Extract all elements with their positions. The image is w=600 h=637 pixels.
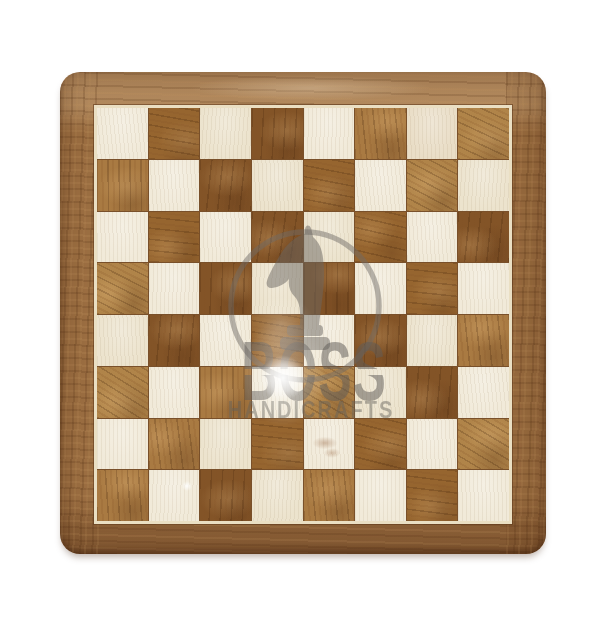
square-b3[interactable] bbox=[149, 367, 200, 418]
board-grid bbox=[97, 108, 509, 521]
square-h3[interactable] bbox=[458, 367, 509, 418]
square-f3[interactable] bbox=[355, 367, 406, 418]
chess-board: BOSS HANDICRAFTS bbox=[60, 72, 546, 554]
square-g7[interactable] bbox=[407, 160, 458, 211]
square-c8[interactable] bbox=[200, 108, 251, 159]
square-c3[interactable] bbox=[200, 367, 251, 418]
square-g8[interactable] bbox=[407, 108, 458, 159]
square-g5[interactable] bbox=[407, 263, 458, 314]
square-h5[interactable] bbox=[458, 263, 509, 314]
square-h7[interactable] bbox=[458, 160, 509, 211]
square-a2[interactable] bbox=[97, 419, 148, 470]
product-photo: BOSS HANDICRAFTS bbox=[0, 0, 600, 637]
board-frame-right bbox=[506, 72, 546, 554]
square-e4[interactable] bbox=[304, 315, 355, 366]
square-a1[interactable] bbox=[97, 470, 148, 521]
square-f4[interactable] bbox=[355, 315, 406, 366]
square-f7[interactable] bbox=[355, 160, 406, 211]
square-b1[interactable] bbox=[149, 470, 200, 521]
square-a4[interactable] bbox=[97, 315, 148, 366]
square-e1[interactable] bbox=[304, 470, 355, 521]
square-d1[interactable] bbox=[252, 470, 303, 521]
square-h2[interactable] bbox=[458, 419, 509, 470]
square-g1[interactable] bbox=[407, 470, 458, 521]
square-d3[interactable] bbox=[252, 367, 303, 418]
square-g4[interactable] bbox=[407, 315, 458, 366]
square-e5[interactable] bbox=[304, 263, 355, 314]
square-b8[interactable] bbox=[149, 108, 200, 159]
square-e7[interactable] bbox=[304, 160, 355, 211]
square-d5[interactable] bbox=[252, 263, 303, 314]
board-playing-area bbox=[94, 105, 512, 524]
square-b2[interactable] bbox=[149, 419, 200, 470]
square-b5[interactable] bbox=[149, 263, 200, 314]
square-a8[interactable] bbox=[97, 108, 148, 159]
square-c2[interactable] bbox=[200, 419, 251, 470]
square-h8[interactable] bbox=[458, 108, 509, 159]
square-c4[interactable] bbox=[200, 315, 251, 366]
square-e6[interactable] bbox=[304, 212, 355, 263]
square-g2[interactable] bbox=[407, 419, 458, 470]
square-f1[interactable] bbox=[355, 470, 406, 521]
square-a7[interactable] bbox=[97, 160, 148, 211]
square-f2[interactable] bbox=[355, 419, 406, 470]
square-e3[interactable] bbox=[304, 367, 355, 418]
square-g3[interactable] bbox=[407, 367, 458, 418]
square-e8[interactable] bbox=[304, 108, 355, 159]
square-c5[interactable] bbox=[200, 263, 251, 314]
square-e2[interactable] bbox=[304, 419, 355, 470]
square-d6[interactable] bbox=[252, 212, 303, 263]
square-h6[interactable] bbox=[458, 212, 509, 263]
square-c1[interactable] bbox=[200, 470, 251, 521]
square-b7[interactable] bbox=[149, 160, 200, 211]
square-f5[interactable] bbox=[355, 263, 406, 314]
square-h1[interactable] bbox=[458, 470, 509, 521]
square-d4[interactable] bbox=[252, 315, 303, 366]
square-f6[interactable] bbox=[355, 212, 406, 263]
square-b4[interactable] bbox=[149, 315, 200, 366]
square-b6[interactable] bbox=[149, 212, 200, 263]
square-c7[interactable] bbox=[200, 160, 251, 211]
square-g6[interactable] bbox=[407, 212, 458, 263]
square-h4[interactable] bbox=[458, 315, 509, 366]
square-a5[interactable] bbox=[97, 263, 148, 314]
square-f8[interactable] bbox=[355, 108, 406, 159]
square-c6[interactable] bbox=[200, 212, 251, 263]
square-a6[interactable] bbox=[97, 212, 148, 263]
square-d2[interactable] bbox=[252, 419, 303, 470]
square-d7[interactable] bbox=[252, 160, 303, 211]
square-a3[interactable] bbox=[97, 367, 148, 418]
square-d8[interactable] bbox=[252, 108, 303, 159]
